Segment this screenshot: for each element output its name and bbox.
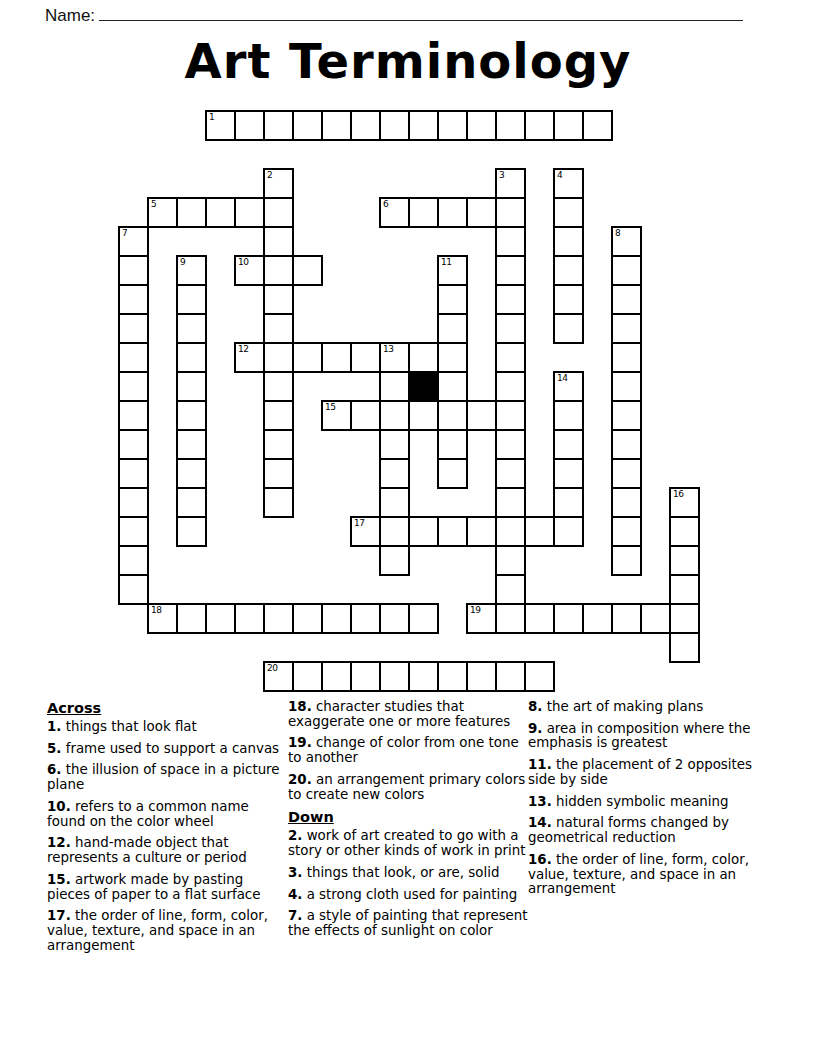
cell-r16c13[interactable] (495, 574, 526, 605)
cell-r4c13[interactable] (495, 226, 526, 257)
cell-r17c10[interactable] (408, 603, 439, 634)
cell-r0c15[interactable] (553, 110, 584, 141)
cell-r3c2[interactable] (176, 197, 207, 228)
clue-number-8: 8 (615, 228, 620, 238)
cell-r3c5[interactable] (263, 197, 294, 228)
cell-r11c5[interactable] (263, 429, 294, 460)
cell-r6c13[interactable] (495, 284, 526, 315)
cell-r11c13[interactable] (495, 429, 526, 460)
cell-r14c13[interactable] (495, 516, 526, 547)
cell-r8c17[interactable] (611, 342, 642, 373)
clue-across-12-number: 12. (47, 835, 71, 850)
cell-r3c11[interactable] (437, 197, 468, 228)
cell-r2c5[interactable]: 2 (263, 168, 294, 199)
clue-number-6: 6 (383, 199, 388, 209)
cell-r13c2[interactable] (176, 487, 207, 518)
cell-r19c8[interactable] (350, 661, 381, 692)
cell-r3c13[interactable] (495, 197, 526, 228)
clue-across-17-number: 17. (47, 908, 71, 923)
clue-down-2: 2. work of art created to go with a stor… (288, 829, 530, 858)
clue-across-10-number: 10. (47, 799, 71, 814)
cell-r5c15[interactable] (553, 255, 584, 286)
cell-r17c16[interactable] (582, 603, 613, 634)
cell-r12c5[interactable] (263, 458, 294, 489)
clue-number-17: 17 (354, 518, 364, 528)
clue-down-9: 9. area in composition where the emphasi… (528, 722, 766, 751)
cell-r8c8[interactable] (350, 342, 381, 373)
cell-r8c4[interactable]: 12 (234, 342, 265, 373)
cell-r6c2[interactable] (176, 284, 207, 315)
clue-across-5-number: 5. (47, 741, 61, 756)
cell-r6c15[interactable] (553, 284, 584, 315)
cell-r17c7[interactable] (321, 603, 352, 634)
cell-r14c8[interactable]: 17 (350, 516, 381, 547)
cell-r10c7[interactable]: 15 (321, 400, 352, 431)
cell-r4c0[interactable]: 7 (118, 226, 149, 257)
cell-r12c13[interactable] (495, 458, 526, 489)
cell-r6c17[interactable] (611, 284, 642, 315)
cell-r19c9[interactable] (379, 661, 410, 692)
cell-r13c15[interactable] (553, 487, 584, 518)
clue-number-10: 10 (238, 257, 248, 267)
cell-r4c17[interactable]: 8 (611, 226, 642, 257)
cell-r17c1[interactable]: 18 (147, 603, 178, 634)
black-cell-r9c10 (408, 371, 439, 402)
cell-r10c15[interactable] (553, 400, 584, 431)
cell-r14c14[interactable] (524, 516, 555, 547)
clue-across-1-number: 1. (47, 719, 61, 734)
clue-number-4: 4 (557, 170, 562, 180)
name-underline[interactable] (99, 3, 743, 21)
cell-r17c13[interactable] (495, 603, 526, 634)
cell-r7c13[interactable] (495, 313, 526, 344)
clue-down-3: 3. things that look, or are, solid (288, 866, 530, 881)
cell-r9c17[interactable] (611, 371, 642, 402)
cell-r8c0[interactable] (118, 342, 149, 373)
cell-r13c5[interactable] (263, 487, 294, 518)
cell-r17c14[interactable] (524, 603, 555, 634)
cell-r5c0[interactable] (118, 255, 149, 286)
cell-r17c15[interactable] (553, 603, 584, 634)
clue-down-9-number: 9. (528, 721, 542, 736)
clue-number-20: 20 (267, 663, 277, 673)
cell-r8c5[interactable] (263, 342, 294, 373)
cell-r7c17[interactable] (611, 313, 642, 344)
cell-r14c0[interactable] (118, 516, 149, 547)
cell-r5c2[interactable]: 9 (176, 255, 207, 286)
down-header: Down (288, 809, 530, 825)
cell-r14c10[interactable] (408, 516, 439, 547)
clue-across-18: 18. character studies that exaggerate on… (288, 700, 530, 729)
cell-r15c0[interactable] (118, 545, 149, 576)
cell-r19c14[interactable] (524, 661, 555, 692)
cell-r15c17[interactable] (611, 545, 642, 576)
cell-r10c9[interactable] (379, 400, 410, 431)
clue-down-14-number: 14. (528, 815, 552, 830)
cell-r19c6[interactable] (292, 661, 323, 692)
cell-r14c9[interactable] (379, 516, 410, 547)
cell-r6c0[interactable] (118, 284, 149, 315)
cell-r9c13[interactable] (495, 371, 526, 402)
clue-down-3-number: 3. (288, 865, 302, 880)
cell-r9c2[interactable] (176, 371, 207, 402)
cell-r17c8[interactable] (350, 603, 381, 634)
cell-r2c15[interactable]: 4 (553, 168, 584, 199)
clues-column-3: 8. the art of making plans9. area in com… (528, 700, 766, 904)
cell-r0c6[interactable] (292, 110, 323, 141)
clue-down-11-number: 11. (528, 757, 552, 772)
cell-r5c6[interactable] (292, 255, 323, 286)
cell-r16c19[interactable] (669, 574, 700, 605)
cell-r8c10[interactable] (408, 342, 439, 373)
cell-r12c9[interactable] (379, 458, 410, 489)
cell-r11c9[interactable] (379, 429, 410, 460)
across-clues-part2: 18. character studies that exaggerate on… (288, 700, 530, 802)
clue-across-10: 10. refers to a common name found on the… (47, 800, 287, 829)
cell-r3c1[interactable]: 5 (147, 197, 178, 228)
cell-r7c0[interactable] (118, 313, 149, 344)
cell-r10c8[interactable] (350, 400, 381, 431)
cell-r11c17[interactable] (611, 429, 642, 460)
cell-r7c11[interactable] (437, 313, 468, 344)
clue-across-20-number: 20. (288, 772, 312, 787)
cell-r19c5[interactable]: 20 (263, 661, 294, 692)
cell-r14c19[interactable] (669, 516, 700, 547)
cell-r8c2[interactable] (176, 342, 207, 373)
cell-r17c9[interactable] (379, 603, 410, 634)
clue-across-17: 17. the order of line, form, color, valu… (47, 909, 287, 953)
clue-number-2: 2 (267, 170, 272, 180)
cell-r5c5[interactable] (263, 255, 294, 286)
cell-r12c17[interactable] (611, 458, 642, 489)
cell-r12c11[interactable] (437, 458, 468, 489)
cell-r9c0[interactable] (118, 371, 149, 402)
cell-r19c11[interactable] (437, 661, 468, 692)
cell-r8c9[interactable]: 13 (379, 342, 410, 373)
cell-r15c9[interactable] (379, 545, 410, 576)
worksheet-page: Name: Art Terminology 123456789101112131… (0, 0, 816, 1056)
clue-across-19: 19. change of color from one tone to ano… (288, 736, 530, 765)
cell-r3c12[interactable] (466, 197, 497, 228)
across-clues-part1: 1. things that look flat5. frame used to… (47, 720, 287, 954)
cell-r3c9[interactable]: 6 (379, 197, 410, 228)
cell-r11c11[interactable] (437, 429, 468, 460)
cell-r13c17[interactable] (611, 487, 642, 518)
name-row: Name: (45, 3, 755, 26)
clue-number-11: 11 (441, 257, 451, 267)
clue-number-3: 3 (499, 170, 504, 180)
clue-number-1: 1 (209, 112, 214, 122)
clue-number-13: 13 (383, 344, 393, 354)
clue-number-9: 9 (180, 257, 185, 267)
cell-r10c13[interactable] (495, 400, 526, 431)
cell-r17c19[interactable] (669, 603, 700, 634)
clues-column-2: 18. character studies that exaggerate on… (288, 700, 530, 946)
cell-r5c11[interactable]: 11 (437, 255, 468, 286)
clue-down-2-number: 2. (288, 828, 302, 843)
cell-r14c12[interactable] (466, 516, 497, 547)
cell-r19c13[interactable] (495, 661, 526, 692)
cell-r14c17[interactable] (611, 516, 642, 547)
cell-r14c11[interactable] (437, 516, 468, 547)
cell-r17c17[interactable] (611, 603, 642, 634)
clue-across-15: 15. artwork made by pasting pieces of pa… (47, 873, 287, 902)
cell-r3c15[interactable] (553, 197, 584, 228)
cell-r15c13[interactable] (495, 545, 526, 576)
clue-down-11: 11. the placement of 2 opposites side by… (528, 758, 766, 787)
cell-r12c0[interactable] (118, 458, 149, 489)
clue-number-18: 18 (151, 605, 161, 615)
cell-r9c5[interactable] (263, 371, 294, 402)
clue-across-19-number: 19. (288, 735, 312, 750)
clue-across-15-number: 15. (47, 872, 71, 887)
cell-r17c12[interactable]: 19 (466, 603, 497, 634)
cell-r10c11[interactable] (437, 400, 468, 431)
puzzle-title: Art Terminology (0, 33, 816, 89)
cell-r7c15[interactable] (553, 313, 584, 344)
clue-across-5: 5. frame used to support a canvas (47, 742, 287, 757)
cell-r8c13[interactable] (495, 342, 526, 373)
cell-r10c2[interactable] (176, 400, 207, 431)
cell-r19c10[interactable] (408, 661, 439, 692)
clue-across-20: 20. an arrangement primary colors to cre… (288, 773, 530, 802)
clue-down-4-number: 4. (288, 887, 302, 902)
cell-r17c6[interactable] (292, 603, 323, 634)
cell-r8c6[interactable] (292, 342, 323, 373)
cell-r19c7[interactable] (321, 661, 352, 692)
name-label: Name: (45, 6, 95, 25)
cell-r9c15[interactable]: 14 (553, 371, 584, 402)
cell-r8c11[interactable] (437, 342, 468, 373)
cell-r16c0[interactable] (118, 574, 149, 605)
cell-r10c12[interactable] (466, 400, 497, 431)
clue-down-13: 13. hidden symbolic meaning (528, 795, 766, 810)
cell-r17c3[interactable] (205, 603, 236, 634)
cell-r13c13[interactable] (495, 487, 526, 518)
clue-number-15: 15 (325, 402, 335, 412)
cell-r0c3[interactable]: 1 (205, 110, 236, 141)
clue-down-8: 8. the art of making plans (528, 700, 766, 715)
clue-number-12: 12 (238, 344, 248, 354)
cell-r0c13[interactable] (495, 110, 526, 141)
clue-number-5: 5 (151, 199, 156, 209)
cell-r0c8[interactable] (350, 110, 381, 141)
cell-r13c0[interactable] (118, 487, 149, 518)
cell-r7c5[interactable] (263, 313, 294, 344)
cell-r14c15[interactable] (553, 516, 584, 547)
cell-r13c19[interactable]: 16 (669, 487, 700, 518)
cell-r18c19[interactable] (669, 632, 700, 663)
clue-across-1: 1. things that look flat (47, 720, 287, 735)
cell-r0c9[interactable] (379, 110, 410, 141)
cell-r5c17[interactable] (611, 255, 642, 286)
cell-r19c12[interactable] (466, 661, 497, 692)
cell-r17c4[interactable] (234, 603, 265, 634)
cell-r12c15[interactable] (553, 458, 584, 489)
clue-down-8-number: 8. (528, 699, 542, 714)
clue-number-14: 14 (557, 373, 567, 383)
cell-r10c10[interactable] (408, 400, 439, 431)
cell-r0c12[interactable] (466, 110, 497, 141)
cell-r0c10[interactable] (408, 110, 439, 141)
cell-r0c4[interactable] (234, 110, 265, 141)
cell-r3c4[interactable] (234, 197, 265, 228)
clue-across-18-number: 18. (288, 699, 312, 714)
down-clues-part1: 2. work of art created to go with a stor… (288, 829, 530, 938)
cell-r15c19[interactable] (669, 545, 700, 576)
down-clues-part2: 8. the art of making plans9. area in com… (528, 700, 766, 897)
cell-r11c2[interactable] (176, 429, 207, 460)
cell-r9c9[interactable] (379, 371, 410, 402)
clue-down-16: 16. the order of line, form, color, valu… (528, 853, 766, 897)
cell-r4c5[interactable] (263, 226, 294, 257)
cell-r6c5[interactable] (263, 284, 294, 315)
clue-number-19: 19 (470, 605, 480, 615)
cell-r3c3[interactable] (205, 197, 236, 228)
cell-r5c13[interactable] (495, 255, 526, 286)
clue-down-16-number: 16. (528, 852, 552, 867)
cell-r10c0[interactable] (118, 400, 149, 431)
clue-across-6: 6. the illusion of space in a picture pl… (47, 763, 287, 792)
clue-down-7-number: 7. (288, 908, 302, 923)
cell-r7c2[interactable] (176, 313, 207, 344)
cell-r5c4[interactable]: 10 (234, 255, 265, 286)
crossword-grid: 1234567891011121314151617181920 (118, 110, 702, 694)
cell-r17c2[interactable] (176, 603, 207, 634)
cell-r13c9[interactable] (379, 487, 410, 518)
cell-r9c11[interactable] (437, 371, 468, 402)
cell-r11c0[interactable] (118, 429, 149, 460)
cell-r8c7[interactable] (321, 342, 352, 373)
cell-r0c14[interactable] (524, 110, 555, 141)
clues-column-1: Across 1. things that look flat5. frame … (47, 700, 287, 961)
clue-number-16: 16 (673, 489, 683, 499)
across-header: Across (47, 700, 287, 716)
cell-r11c15[interactable] (553, 429, 584, 460)
clue-down-13-number: 13. (528, 794, 552, 809)
clue-down-4: 4. a strong cloth used for painting (288, 888, 530, 903)
clue-down-7: 7. a style of painting that represent th… (288, 909, 530, 938)
cell-r14c2[interactable] (176, 516, 207, 547)
cell-r0c7[interactable] (321, 110, 352, 141)
cell-r12c2[interactable] (176, 458, 207, 489)
cell-r0c5[interactable] (263, 110, 294, 141)
cell-r4c15[interactable] (553, 226, 584, 257)
cell-r0c16[interactable] (582, 110, 613, 141)
cell-r17c18[interactable] (640, 603, 671, 634)
cell-r0c11[interactable] (437, 110, 468, 141)
cell-r10c17[interactable] (611, 400, 642, 431)
cell-r10c5[interactable] (263, 400, 294, 431)
clue-across-12: 12. hand-made object that represents a c… (47, 836, 287, 865)
clue-number-7: 7 (122, 228, 127, 238)
cell-r3c10[interactable] (408, 197, 439, 228)
clue-across-6-number: 6. (47, 762, 61, 777)
cell-r6c11[interactable] (437, 284, 468, 315)
cell-r17c5[interactable] (263, 603, 294, 634)
cell-r2c13[interactable]: 3 (495, 168, 526, 199)
clue-down-14: 14. natural forms changed by geometrical… (528, 816, 766, 845)
